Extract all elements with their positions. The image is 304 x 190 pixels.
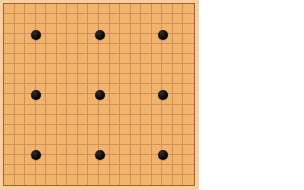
board-cell: [120, 84, 131, 94]
board-cell: [4, 4, 15, 14]
board-cell: [46, 24, 57, 34]
board-cell: [162, 165, 173, 175]
board-cell: [162, 4, 173, 14]
board-cell: [4, 115, 15, 125]
board-cell: [4, 84, 15, 94]
board-cell: [120, 64, 131, 74]
board-cell: [131, 115, 142, 125]
board-cell: [36, 145, 47, 155]
board-cell: [99, 94, 110, 104]
board-cell: [57, 64, 68, 74]
board-cell: [99, 155, 110, 165]
board-cell: [110, 14, 121, 24]
board-cell: [15, 105, 26, 115]
board-cell: [67, 115, 78, 125]
board-cell: [15, 165, 26, 175]
board-cell: [120, 165, 131, 175]
board-cell: [183, 34, 194, 44]
board-cell: [110, 24, 121, 34]
go-board: [0, 0, 199, 190]
board-cell: [15, 84, 26, 94]
board-cell: [110, 84, 121, 94]
board-cell: [162, 64, 173, 74]
board-cell: [141, 94, 152, 104]
board-cell: [162, 135, 173, 145]
board-cell: [88, 84, 99, 94]
board-cell: [131, 44, 142, 54]
board-cell: [162, 94, 173, 104]
board-cell: [99, 14, 110, 24]
board-cell: [4, 24, 15, 34]
board-cell: [173, 74, 184, 84]
board-cell: [25, 44, 36, 54]
board-cell: [162, 105, 173, 115]
board-cell: [173, 155, 184, 165]
board-cell: [120, 54, 131, 64]
board-cell: [67, 64, 78, 74]
board-cell: [4, 155, 15, 165]
board-cell: [141, 135, 152, 145]
board-cell: [57, 34, 68, 44]
board-cell: [183, 14, 194, 24]
board-cell: [99, 4, 110, 14]
board-cell: [46, 145, 57, 155]
board-cell: [152, 24, 163, 34]
board-cell: [15, 24, 26, 34]
board-cell: [183, 44, 194, 54]
board-cell: [120, 94, 131, 104]
board-cell: [15, 115, 26, 125]
board-cell: [131, 145, 142, 155]
board-cell: [88, 74, 99, 84]
board-cell: [162, 84, 173, 94]
board-cell: [15, 135, 26, 145]
board-cell: [162, 34, 173, 44]
board-cell: [110, 115, 121, 125]
board-cell: [183, 165, 194, 175]
board-cell: [131, 155, 142, 165]
board-cell: [173, 64, 184, 74]
board-cell: [99, 105, 110, 115]
board-cell: [4, 135, 15, 145]
board-cell: [15, 44, 26, 54]
board-cell: [131, 64, 142, 74]
board-cell: [4, 64, 15, 74]
board-cell: [131, 54, 142, 64]
board-cell: [88, 105, 99, 115]
board-cell: [4, 125, 15, 135]
board-cell: [131, 125, 142, 135]
board-cell: [120, 155, 131, 165]
board-cell: [162, 74, 173, 84]
board-cell: [141, 145, 152, 155]
board-cell: [67, 24, 78, 34]
board-cell: [78, 14, 89, 24]
board-cell: [99, 84, 110, 94]
board-cell: [88, 4, 99, 14]
board-cell: [46, 125, 57, 135]
board-cell: [78, 84, 89, 94]
board-cell: [99, 64, 110, 74]
board-cell: [46, 44, 57, 54]
board-cell: [152, 54, 163, 64]
board-cell: [57, 165, 68, 175]
board-cell: [141, 34, 152, 44]
board-cell: [88, 155, 99, 165]
board-cell: [15, 64, 26, 74]
board-cell: [88, 165, 99, 175]
board-cell: [67, 34, 78, 44]
board-cell: [36, 175, 47, 185]
board-cell: [25, 54, 36, 64]
board-cell: [183, 155, 194, 165]
board-cell: [152, 4, 163, 14]
board-cell: [78, 74, 89, 84]
board-cell: [131, 84, 142, 94]
board-cell: [57, 105, 68, 115]
board-cell: [15, 155, 26, 165]
board-cell: [78, 34, 89, 44]
board-cell: [162, 175, 173, 185]
board-cell: [25, 135, 36, 145]
board-cell: [57, 155, 68, 165]
board-cell: [183, 4, 194, 14]
board-cell: [183, 175, 194, 185]
board-cell: [110, 105, 121, 115]
board-cell: [141, 125, 152, 135]
board-cell: [78, 64, 89, 74]
board-cell: [162, 145, 173, 155]
board-cell: [57, 175, 68, 185]
board-cell: [36, 105, 47, 115]
board-cell: [88, 24, 99, 34]
board-cell: [36, 115, 47, 125]
board-cell: [78, 24, 89, 34]
board-cell: [78, 115, 89, 125]
board-cell: [15, 94, 26, 104]
board-cell: [36, 24, 47, 34]
board-cell: [36, 14, 47, 24]
board-cell: [152, 125, 163, 135]
board-cell: [88, 125, 99, 135]
board-cell: [4, 54, 15, 64]
board-cell: [25, 14, 36, 24]
board-cell: [120, 135, 131, 145]
board-cell: [173, 14, 184, 24]
board-cell: [36, 125, 47, 135]
board-cell: [173, 94, 184, 104]
board-cell: [173, 54, 184, 64]
board-cell: [110, 145, 121, 155]
board-cell: [110, 4, 121, 14]
board-cell: [57, 14, 68, 24]
board-cell: [183, 24, 194, 34]
board-cell: [152, 105, 163, 115]
board-cell: [88, 145, 99, 155]
board-cell: [141, 4, 152, 14]
board-cell: [173, 135, 184, 145]
board-cell: [67, 125, 78, 135]
board-cell: [46, 135, 57, 145]
board-cell: [4, 74, 15, 84]
side-panel: 被让子 怎样保全颜面: [199, 0, 304, 190]
board-cell: [141, 24, 152, 34]
board-cell: [141, 84, 152, 94]
board-cell: [120, 44, 131, 54]
board-cell: [173, 175, 184, 185]
board-cell: [25, 24, 36, 34]
board-cell: [88, 14, 99, 24]
board-cell: [99, 135, 110, 145]
board-cell: [173, 24, 184, 34]
board-cell: [67, 155, 78, 165]
board-cell: [15, 4, 26, 14]
board-cell: [88, 64, 99, 74]
board-cell: [46, 4, 57, 14]
board-cell: [141, 155, 152, 165]
board-cell: [78, 44, 89, 54]
board-cell: [131, 74, 142, 84]
board-cell: [46, 155, 57, 165]
board-cell: [110, 74, 121, 84]
board-cell: [57, 84, 68, 94]
board-cell: [183, 84, 194, 94]
board-cell: [36, 74, 47, 84]
board-cell: [99, 125, 110, 135]
board-cell: [162, 125, 173, 135]
board-cell: [120, 4, 131, 14]
board-cell: [46, 84, 57, 94]
board-cell: [57, 145, 68, 155]
board-cell: [131, 34, 142, 44]
board-cell: [36, 34, 47, 44]
board-cell: [36, 44, 47, 54]
board-cell: [88, 54, 99, 64]
board-cell: [120, 175, 131, 185]
board-cell: [131, 175, 142, 185]
board-cell: [25, 94, 36, 104]
board-cell: [131, 4, 142, 14]
board-cell: [152, 14, 163, 24]
board-cell: [131, 24, 142, 34]
board-cell: [78, 105, 89, 115]
board-cell: [78, 135, 89, 145]
board-cell: [57, 24, 68, 34]
board-cell: [46, 165, 57, 175]
board-cell: [78, 165, 89, 175]
board-cell: [57, 54, 68, 64]
board-cell: [46, 64, 57, 74]
board-cell: [15, 175, 26, 185]
board-cell: [25, 125, 36, 135]
board-cell: [131, 135, 142, 145]
board-cell: [88, 44, 99, 54]
board-cell: [152, 84, 163, 94]
board-cell: [152, 135, 163, 145]
board-cell: [131, 14, 142, 24]
board-cell: [67, 44, 78, 54]
board-cell: [4, 44, 15, 54]
board-cell: [173, 44, 184, 54]
board-cell: [67, 175, 78, 185]
board-cell: [36, 155, 47, 165]
board-cell: [99, 175, 110, 185]
board-cell: [183, 64, 194, 74]
board-cell: [67, 94, 78, 104]
board-cell: [99, 54, 110, 64]
board-cell: [36, 4, 47, 14]
board-cell: [141, 74, 152, 84]
board-cell: [36, 84, 47, 94]
board-cell: [141, 105, 152, 115]
board-cell: [152, 155, 163, 165]
board-cell: [25, 84, 36, 94]
board-cell: [46, 54, 57, 64]
board-cell: [78, 54, 89, 64]
board-cell: [183, 94, 194, 104]
board-cell: [141, 115, 152, 125]
board-cell: [120, 14, 131, 24]
board-cell: [110, 165, 121, 175]
board-cell: [15, 145, 26, 155]
board-cell: [99, 165, 110, 175]
board-cell: [36, 135, 47, 145]
board-cell: [152, 94, 163, 104]
board-cell: [46, 14, 57, 24]
board-cell: [4, 94, 15, 104]
board-cell: [36, 64, 47, 74]
board-cell: [152, 165, 163, 175]
board-cell: [4, 145, 15, 155]
board-cell: [15, 125, 26, 135]
board-cell: [173, 4, 184, 14]
board-cell: [120, 105, 131, 115]
board-cell: [4, 165, 15, 175]
board-cell: [152, 64, 163, 74]
board-cell: [88, 175, 99, 185]
board-cell: [88, 115, 99, 125]
board-cell: [4, 105, 15, 115]
board-cell: [162, 14, 173, 24]
board-cell: [78, 145, 89, 155]
board-cell: [110, 94, 121, 104]
board-cell: [25, 105, 36, 115]
board-cell: [120, 24, 131, 34]
board-cell: [183, 125, 194, 135]
board-cell: [4, 175, 15, 185]
board-cell: [46, 105, 57, 115]
board-cell: [120, 34, 131, 44]
board-cell: [183, 145, 194, 155]
board-cell: [141, 44, 152, 54]
board-cell: [67, 105, 78, 115]
board-cell: [67, 135, 78, 145]
board-cell: [15, 74, 26, 84]
board-cell: [25, 34, 36, 44]
board-cell: [120, 74, 131, 84]
board-cell: [25, 74, 36, 84]
board-cell: [99, 24, 110, 34]
board-cell: [36, 94, 47, 104]
board-cell: [141, 54, 152, 64]
board-cell: [110, 54, 121, 64]
board-cell: [88, 34, 99, 44]
board-cell: [99, 145, 110, 155]
board-cell: [110, 64, 121, 74]
board-cell: [99, 115, 110, 125]
board-cell: [36, 165, 47, 175]
board-cell: [57, 4, 68, 14]
board-cell: [183, 135, 194, 145]
board-cell: [162, 44, 173, 54]
board-cell: [183, 54, 194, 64]
board-cell: [162, 115, 173, 125]
board-cell: [78, 4, 89, 14]
board-cell: [120, 115, 131, 125]
board-cell: [173, 84, 184, 94]
board-cell: [141, 175, 152, 185]
board-cell: [78, 175, 89, 185]
board-cell: [173, 165, 184, 175]
board-cell: [67, 84, 78, 94]
board-cell: [152, 34, 163, 44]
board-cell: [110, 155, 121, 165]
board-cell: [57, 115, 68, 125]
board-cell: [4, 34, 15, 44]
board-cell: [67, 74, 78, 84]
board-cell: [183, 74, 194, 84]
board-cell: [152, 145, 163, 155]
board-cell: [152, 44, 163, 54]
board-cell: [173, 125, 184, 135]
board-cell: [78, 94, 89, 104]
board-cell: [141, 165, 152, 175]
board-cell: [57, 74, 68, 84]
board-cell: [57, 94, 68, 104]
board-cell: [110, 44, 121, 54]
board-cell: [67, 4, 78, 14]
board-grid: [3, 3, 195, 186]
board-cell: [110, 135, 121, 145]
board-cell: [46, 34, 57, 44]
board-cell: [152, 115, 163, 125]
board-cell: [152, 74, 163, 84]
board-cell: [25, 155, 36, 165]
board-cell: [99, 44, 110, 54]
board-cell: [183, 115, 194, 125]
board-cell: [110, 34, 121, 44]
board-cell: [162, 54, 173, 64]
board-cell: [57, 135, 68, 145]
board-cell: [99, 34, 110, 44]
board-cell: [25, 115, 36, 125]
board-cell: [67, 145, 78, 155]
board-cell: [183, 105, 194, 115]
board-cell: [67, 14, 78, 24]
board-cell: [57, 44, 68, 54]
board-cell: [120, 125, 131, 135]
board-cell: [15, 34, 26, 44]
board-cell: [78, 125, 89, 135]
board-cell: [131, 165, 142, 175]
board-cell: [110, 125, 121, 135]
board-cell: [78, 155, 89, 165]
board-cell: [173, 105, 184, 115]
board-cell: [152, 175, 163, 185]
board-cell: [141, 64, 152, 74]
board-cell: [15, 14, 26, 24]
board-cell: [57, 125, 68, 135]
